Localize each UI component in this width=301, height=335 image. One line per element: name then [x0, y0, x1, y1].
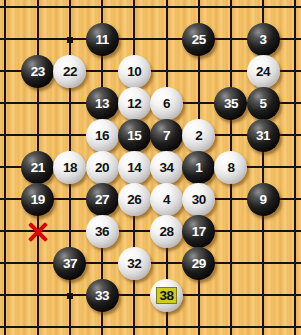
move-number: 33	[95, 289, 109, 303]
stone-black-27: 27	[86, 183, 119, 216]
stone-black-15: 15	[118, 119, 151, 152]
stone-black-37: 37	[53, 247, 86, 280]
move-number: 1	[195, 161, 202, 175]
stone-black-35: 35	[214, 87, 247, 120]
move-number: 12	[127, 97, 141, 111]
stone-white-38: 38	[150, 279, 183, 312]
move-number: 22	[63, 65, 77, 79]
stone-black-17: 17	[182, 215, 215, 248]
move-number: 9	[260, 193, 267, 207]
stone-white-20: 20	[86, 151, 119, 184]
stone-white-10: 10	[118, 55, 151, 88]
move-number: 15	[127, 129, 141, 143]
stone-black-25: 25	[182, 23, 215, 56]
stone-black-7: 7	[150, 119, 183, 152]
move-number: 13	[95, 97, 109, 111]
move-number: 5	[260, 97, 267, 111]
move-number: 16	[95, 129, 109, 143]
stone-white-4: 4	[150, 183, 183, 216]
move-number: 35	[224, 97, 238, 111]
stone-black-21: 21	[21, 151, 54, 184]
move-number: 27	[95, 193, 109, 207]
stone-black-13: 13	[86, 87, 119, 120]
stone-white-22: 22	[53, 55, 86, 88]
move-number: 37	[63, 257, 77, 271]
move-number: 2	[195, 129, 202, 143]
stone-white-24: 24	[247, 55, 280, 88]
stone-white-14: 14	[118, 151, 151, 184]
screenshot-root: 1125323221024131263551615723121182014341…	[0, 0, 301, 335]
stone-white-8: 8	[214, 151, 247, 184]
stone-white-32: 32	[118, 247, 151, 280]
stone-black-5: 5	[247, 87, 280, 120]
move-number: 3	[260, 33, 267, 47]
stone-black-11: 11	[86, 23, 119, 56]
stone-white-2: 2	[182, 119, 215, 152]
stone-black-3: 3	[247, 23, 280, 56]
stone-white-28: 28	[150, 215, 183, 248]
move-number: 20	[95, 161, 109, 175]
star-point	[67, 37, 73, 43]
stone-black-19: 19	[21, 183, 54, 216]
move-number: 19	[31, 193, 45, 207]
move-number: 4	[163, 193, 170, 207]
move-number: 26	[127, 193, 141, 207]
move-number: 32	[127, 257, 141, 271]
move-number: 36	[95, 225, 109, 239]
stone-white-18: 18	[53, 151, 86, 184]
stone-black-31: 31	[247, 119, 280, 152]
move-number: 29	[192, 257, 206, 271]
move-number: 17	[192, 225, 206, 239]
stone-black-1: 1	[182, 151, 215, 184]
move-number: 34	[159, 161, 173, 175]
move-number: 11	[95, 33, 108, 47]
stone-white-16: 16	[86, 119, 119, 152]
move-number: 18	[63, 161, 77, 175]
move-number: 25	[192, 33, 206, 47]
x-marker	[26, 220, 50, 244]
stone-white-26: 26	[118, 183, 151, 216]
stone-black-9: 9	[247, 183, 280, 216]
move-number: 6	[163, 97, 170, 111]
move-number: 7	[163, 129, 170, 143]
move-number: 24	[256, 65, 270, 79]
stone-white-6: 6	[150, 87, 183, 120]
move-number: 21	[31, 161, 45, 175]
last-move-number: 38	[156, 287, 176, 305]
move-number: 30	[192, 193, 206, 207]
stone-black-33: 33	[86, 279, 119, 312]
move-number: 10	[127, 65, 141, 79]
stone-black-23: 23	[21, 55, 54, 88]
star-point	[67, 293, 73, 299]
move-number: 31	[256, 129, 270, 143]
move-number: 28	[159, 225, 173, 239]
stone-white-34: 34	[150, 151, 183, 184]
stone-white-30: 30	[182, 183, 215, 216]
stone-white-12: 12	[118, 87, 151, 120]
move-number: 14	[127, 161, 141, 175]
go-board[interactable]: 1125323221024131263551615723121182014341…	[0, 0, 301, 335]
stone-white-36: 36	[86, 215, 119, 248]
stone-black-29: 29	[182, 247, 215, 280]
move-number: 23	[31, 65, 45, 79]
move-number: 8	[227, 161, 234, 175]
